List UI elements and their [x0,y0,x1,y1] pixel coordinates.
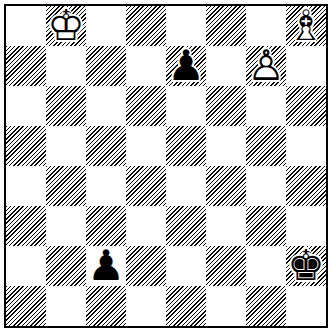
white-bishop-glyph: ♗ [286,6,326,46]
square-h1[interactable] [286,286,326,326]
square-a1[interactable] [6,286,46,326]
square-f7[interactable] [206,46,246,86]
black-pawn-glyph: ♟ [166,46,206,86]
square-h7[interactable] [286,46,326,86]
square-g8[interactable] [246,6,286,46]
square-b2[interactable] [46,246,86,286]
square-b5[interactable] [46,126,86,166]
square-g6[interactable] [246,86,286,126]
square-h4[interactable] [286,166,326,206]
square-e5[interactable] [166,126,206,166]
square-b7[interactable] [46,46,86,86]
square-f3[interactable] [206,206,246,246]
square-h3[interactable] [286,206,326,246]
piece-white-bishop[interactable]: ♝♗ [286,6,326,46]
square-e4[interactable] [166,166,206,206]
square-c4[interactable] [86,166,126,206]
square-h2[interactable]: ♚♚ [286,246,326,286]
square-g5[interactable] [246,126,286,166]
white-pawn-glyph: ♙ [246,46,286,86]
piece-black-pawn[interactable]: ♟♟ [166,46,206,86]
square-a5[interactable] [6,126,46,166]
square-f1[interactable] [206,286,246,326]
black-pawn-glyph: ♟ [86,246,126,286]
square-d4[interactable] [126,166,166,206]
square-c8[interactable] [86,6,126,46]
square-e6[interactable] [166,86,206,126]
piece-black-king[interactable]: ♚♚ [286,246,326,286]
square-f6[interactable] [206,86,246,126]
chess-board: ♚♔♝♗♟♟♟♙♟♟♚♚ [6,6,326,326]
square-d1[interactable] [126,286,166,326]
square-h8[interactable]: ♝♗ [286,6,326,46]
square-c1[interactable] [86,286,126,326]
square-e3[interactable] [166,206,206,246]
square-d2[interactable] [126,246,166,286]
square-g4[interactable] [246,166,286,206]
square-b4[interactable] [46,166,86,206]
square-a6[interactable] [6,86,46,126]
square-a8[interactable] [6,6,46,46]
square-a3[interactable] [6,206,46,246]
square-f5[interactable] [206,126,246,166]
piece-white-king[interactable]: ♚♔ [46,6,86,46]
square-f2[interactable] [206,246,246,286]
square-d8[interactable] [126,6,166,46]
square-b8[interactable]: ♚♔ [46,6,86,46]
square-d3[interactable] [126,206,166,246]
square-h5[interactable] [286,126,326,166]
black-king-glyph: ♚ [286,246,326,286]
square-e1[interactable] [166,286,206,326]
square-b3[interactable] [46,206,86,246]
piece-white-pawn[interactable]: ♟♙ [246,46,286,86]
square-f8[interactable] [206,6,246,46]
square-g7[interactable]: ♟♙ [246,46,286,86]
square-e8[interactable] [166,6,206,46]
square-g3[interactable] [246,206,286,246]
square-c3[interactable] [86,206,126,246]
square-a7[interactable] [6,46,46,86]
square-e2[interactable] [166,246,206,286]
square-c7[interactable] [86,46,126,86]
square-b6[interactable] [46,86,86,126]
square-h6[interactable] [286,86,326,126]
square-c2[interactable]: ♟♟ [86,246,126,286]
square-a4[interactable] [6,166,46,206]
square-d5[interactable] [126,126,166,166]
square-a2[interactable] [6,246,46,286]
square-b1[interactable] [46,286,86,326]
square-e7[interactable]: ♟♟ [166,46,206,86]
square-c6[interactable] [86,86,126,126]
chess-diagram: ♚♔♝♗♟♟♟♙♟♟♚♚ [0,0,332,332]
square-g2[interactable] [246,246,286,286]
piece-black-pawn[interactable]: ♟♟ [86,246,126,286]
square-d7[interactable] [126,46,166,86]
square-g1[interactable] [246,286,286,326]
square-c5[interactable] [86,126,126,166]
square-f4[interactable] [206,166,246,206]
square-d6[interactable] [126,86,166,126]
white-king-glyph: ♔ [46,6,86,46]
board-frame: ♚♔♝♗♟♟♟♙♟♟♚♚ [4,4,328,328]
